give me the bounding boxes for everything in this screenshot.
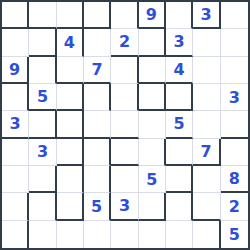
sudoku-cell-r5c7[interactable]: 5	[166, 111, 193, 138]
sudoku-cell-r5c1[interactable]: 3	[2, 111, 29, 138]
sudoku-cell-r1c2[interactable]	[29, 2, 56, 29]
sudoku-cell-r3c6[interactable]	[139, 57, 166, 84]
sudoku-cell-r7c5[interactable]	[111, 166, 138, 193]
sudoku-cell-r5c2[interactable]	[29, 111, 56, 138]
sudoku-cell-r2c6[interactable]	[139, 29, 166, 56]
sudoku-cell-r1c6[interactable]: 9	[139, 2, 166, 29]
sudoku-cell-r1c1[interactable]	[2, 2, 29, 29]
sudoku-cell-r7c9[interactable]: 8	[221, 166, 248, 193]
sudoku-cell-r8c5[interactable]: 3	[111, 193, 138, 220]
sudoku-cell-r3c2[interactable]	[29, 57, 56, 84]
sudoku-cell-r6c1[interactable]	[2, 139, 29, 166]
sudoku-cell-r2c2[interactable]	[29, 29, 56, 56]
sudoku-cell-r8c3[interactable]	[57, 193, 84, 220]
sudoku-cell-r5c4[interactable]	[84, 111, 111, 138]
sudoku-cell-r3c5[interactable]	[111, 57, 138, 84]
sudoku-cell-r4c2[interactable]: 5	[29, 84, 56, 111]
sudoku-cell-r9c1[interactable]	[2, 221, 29, 248]
sudoku-cell-r2c9[interactable]	[221, 29, 248, 56]
sudoku-cell-r4c1[interactable]	[2, 84, 29, 111]
sudoku-cell-r7c8[interactable]	[193, 166, 220, 193]
sudoku-cell-r5c8[interactable]	[193, 111, 220, 138]
sudoku-cell-r9c8[interactable]	[193, 221, 220, 248]
sudoku-cell-r4c7[interactable]	[166, 84, 193, 111]
jigsaw-sudoku-board: 93423974533537585325	[0, 0, 250, 250]
sudoku-cell-r2c5[interactable]: 2	[111, 29, 138, 56]
sudoku-cell-r1c9[interactable]	[221, 2, 248, 29]
sudoku-cell-r9c5[interactable]	[111, 221, 138, 248]
sudoku-cell-r1c7[interactable]	[166, 2, 193, 29]
sudoku-cell-r8c1[interactable]	[2, 193, 29, 220]
sudoku-cell-r3c9[interactable]	[221, 57, 248, 84]
sudoku-cell-r7c3[interactable]	[57, 166, 84, 193]
sudoku-cell-r9c3[interactable]	[57, 221, 84, 248]
sudoku-cell-r5c5[interactable]	[111, 111, 138, 138]
sudoku-cell-r8c7[interactable]	[166, 193, 193, 220]
sudoku-cell-r2c1[interactable]	[2, 29, 29, 56]
sudoku-cell-r2c8[interactable]	[193, 29, 220, 56]
sudoku-cell-r3c4[interactable]: 7	[84, 57, 111, 84]
sudoku-cell-r6c4[interactable]	[84, 139, 111, 166]
sudoku-cell-r3c7[interactable]: 4	[166, 57, 193, 84]
sudoku-cell-r2c4[interactable]	[84, 29, 111, 56]
sudoku-cell-r7c6[interactable]: 5	[139, 166, 166, 193]
sudoku-cell-r9c9[interactable]: 5	[221, 221, 248, 248]
sudoku-cell-r4c3[interactable]	[57, 84, 84, 111]
sudoku-cell-r8c2[interactable]	[29, 193, 56, 220]
sudoku-cell-r1c5[interactable]	[111, 2, 138, 29]
sudoku-cell-r6c9[interactable]	[221, 139, 248, 166]
sudoku-cell-r8c9[interactable]: 2	[221, 193, 248, 220]
sudoku-cell-r4c6[interactable]	[139, 84, 166, 111]
sudoku-cell-r9c2[interactable]	[29, 221, 56, 248]
sudoku-cell-r8c8[interactable]	[193, 193, 220, 220]
sudoku-cell-r5c9[interactable]	[221, 111, 248, 138]
sudoku-cell-r9c6[interactable]	[139, 221, 166, 248]
sudoku-cell-r7c2[interactable]	[29, 166, 56, 193]
sudoku-cell-r6c3[interactable]	[57, 139, 84, 166]
sudoku-cell-r4c8[interactable]	[193, 84, 220, 111]
sudoku-cell-r3c3[interactable]	[57, 57, 84, 84]
sudoku-cell-r4c4[interactable]	[84, 84, 111, 111]
sudoku-cell-r7c4[interactable]	[84, 166, 111, 193]
sudoku-cell-r2c7[interactable]: 3	[166, 29, 193, 56]
sudoku-cell-r3c1[interactable]: 9	[2, 57, 29, 84]
sudoku-cell-r8c6[interactable]	[139, 193, 166, 220]
sudoku-cell-r8c4[interactable]: 5	[84, 193, 111, 220]
sudoku-cell-r5c6[interactable]	[139, 111, 166, 138]
sudoku-cell-r6c5[interactable]	[111, 139, 138, 166]
sudoku-cell-r1c3[interactable]	[57, 2, 84, 29]
sudoku-cell-r3c8[interactable]	[193, 57, 220, 84]
sudoku-cell-r6c6[interactable]	[139, 139, 166, 166]
sudoku-cell-r6c8[interactable]: 7	[193, 139, 220, 166]
sudoku-cell-r2c3[interactable]: 4	[57, 29, 84, 56]
sudoku-cell-r6c7[interactable]	[166, 139, 193, 166]
sudoku-cell-r9c7[interactable]	[166, 221, 193, 248]
sudoku-cell-r7c7[interactable]	[166, 166, 193, 193]
sudoku-cell-r5c3[interactable]	[57, 111, 84, 138]
sudoku-cell-r4c9[interactable]: 3	[221, 84, 248, 111]
sudoku-cell-r1c8[interactable]: 3	[193, 2, 220, 29]
sudoku-cell-r1c4[interactable]	[84, 2, 111, 29]
sudoku-cell-r6c2[interactable]: 3	[29, 139, 56, 166]
sudoku-cell-r7c1[interactable]	[2, 166, 29, 193]
sudoku-cell-r4c5[interactable]	[111, 84, 138, 111]
sudoku-cell-r9c4[interactable]	[84, 221, 111, 248]
